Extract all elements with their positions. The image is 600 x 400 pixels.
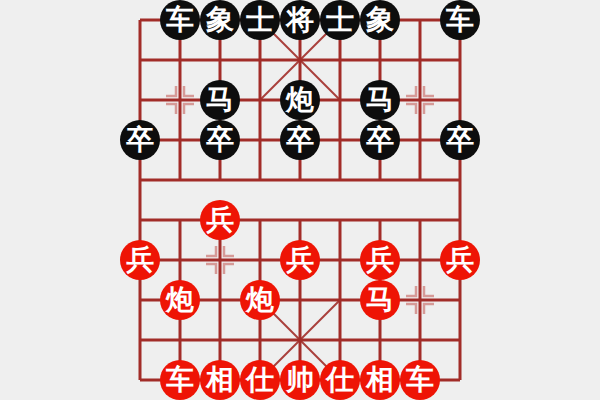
piece-black-cannon[interactable]: 炮	[280, 80, 320, 120]
piece-black-elephant[interactable]: 象	[200, 0, 240, 40]
piece-red-elephant[interactable]: 相	[200, 360, 240, 400]
piece-black-chariot[interactable]: 车	[160, 0, 200, 40]
piece-black-advisor[interactable]: 士	[320, 0, 360, 40]
piece-black-advisor[interactable]: 士	[240, 0, 280, 40]
piece-red-soldier[interactable]: 兵	[200, 200, 240, 240]
piece-black-general[interactable]: 将	[280, 0, 320, 40]
piece-red-cannon[interactable]: 炮	[240, 280, 280, 320]
piece-black-horse[interactable]: 马	[360, 80, 400, 120]
piece-black-soldier[interactable]: 卒	[120, 120, 160, 160]
piece-red-soldier[interactable]: 兵	[360, 240, 400, 280]
piece-black-chariot[interactable]: 车	[440, 0, 480, 40]
piece-red-horse[interactable]: 马	[360, 280, 400, 320]
piece-red-advisor[interactable]: 仕	[240, 360, 280, 400]
piece-black-soldier[interactable]: 卒	[280, 120, 320, 160]
piece-black-horse[interactable]: 马	[200, 80, 240, 120]
piece-red-chariot[interactable]: 车	[160, 360, 200, 400]
xiangqi-board[interactable]: 车象士将士象车马炮马卒卒卒卒卒兵兵兵兵兵炮炮马车相仕帅仕相车	[0, 0, 600, 400]
piece-red-soldier[interactable]: 兵	[280, 240, 320, 280]
piece-red-cannon[interactable]: 炮	[160, 280, 200, 320]
piece-red-chariot[interactable]: 车	[400, 360, 440, 400]
pieces-grid: 车象士将士象车马炮马卒卒卒卒卒兵兵兵兵兵炮炮马车相仕帅仕相车	[120, 0, 480, 400]
piece-black-soldier[interactable]: 卒	[200, 120, 240, 160]
piece-black-soldier[interactable]: 卒	[360, 120, 400, 160]
xiangqi-app: 车象士将士象车马炮马卒卒卒卒卒兵兵兵兵兵炮炮马车相仕帅仕相车	[0, 0, 600, 400]
piece-red-general[interactable]: 帅	[280, 360, 320, 400]
piece-red-advisor[interactable]: 仕	[320, 360, 360, 400]
piece-red-soldier[interactable]: 兵	[440, 240, 480, 280]
piece-red-elephant[interactable]: 相	[360, 360, 400, 400]
piece-black-elephant[interactable]: 象	[360, 0, 400, 40]
piece-black-soldier[interactable]: 卒	[440, 120, 480, 160]
piece-red-soldier[interactable]: 兵	[120, 240, 160, 280]
